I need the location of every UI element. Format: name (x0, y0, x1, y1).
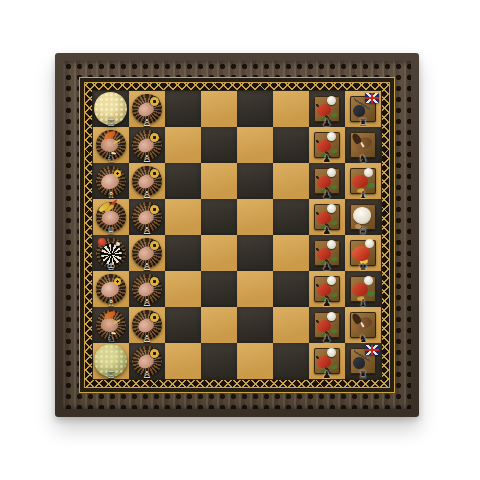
white-pawn-8[interactable]: ♙ (131, 345, 163, 377)
black-rook-queenside[interactable]: ♜ (347, 93, 379, 125)
bishop-glyph-icon: ♝ (347, 298, 379, 308)
gold-filigree-border: ♖♘♗♕♔♗♘♖♙♙♙♙♙♙♙♙♟♟♟♟♟♟♟♟♜♞♝♛♚♝♞♜ (80, 78, 394, 392)
square-f2[interactable] (273, 307, 309, 343)
square-c6[interactable] (165, 163, 201, 199)
square-c1[interactable] (165, 343, 201, 379)
pawn-glyph-icon: ♟ (311, 190, 343, 200)
pawn-glyph-icon: ♙ (131, 190, 163, 200)
king-glyph-icon: ♚ (347, 262, 379, 272)
square-f1[interactable] (273, 343, 309, 379)
black-knight-queenside[interactable]: ♞ (347, 129, 379, 161)
white-pawn-7[interactable]: ♙ (131, 309, 163, 341)
square-f6[interactable] (273, 163, 309, 199)
white-pawn-1[interactable]: ♙ (131, 93, 163, 125)
black-queen[interactable]: ♛ (347, 201, 379, 233)
square-e8[interactable] (237, 91, 273, 127)
square-e1[interactable] (237, 343, 273, 379)
rook-glyph-icon: ♖ (95, 118, 127, 128)
rook-glyph-icon: ♜ (347, 370, 379, 380)
white-pawn-6[interactable]: ♙ (131, 273, 163, 305)
square-d1[interactable] (201, 343, 237, 379)
white-knight-queenside[interactable]: ♘ (95, 129, 127, 161)
pawn-glyph-icon: ♙ (131, 334, 163, 344)
square-f5[interactable] (273, 199, 309, 235)
pawn-glyph-icon: ♟ (311, 118, 343, 128)
pawn-glyph-icon: ♙ (131, 262, 163, 272)
pawn-glyph-icon: ♙ (131, 298, 163, 308)
black-pawn-6[interactable]: ♟ (311, 273, 343, 305)
square-c3[interactable] (165, 271, 201, 307)
square-d2[interactable] (201, 307, 237, 343)
white-rook-kingside[interactable]: ♖ (95, 345, 127, 377)
knight-glyph-icon: ♞ (347, 334, 379, 344)
square-e4[interactable] (237, 235, 273, 271)
square-e5[interactable] (237, 199, 273, 235)
white-bishop-kingside[interactable]: ♗ (95, 273, 127, 305)
king-glyph-icon: ♔ (95, 262, 127, 272)
square-e3[interactable] (237, 271, 273, 307)
pawn-glyph-icon: ♟ (311, 334, 343, 344)
pawn-glyph-icon: ♟ (311, 154, 343, 164)
square-c4[interactable] (165, 235, 201, 271)
square-c8[interactable] (165, 91, 201, 127)
black-king[interactable]: ♚ (347, 237, 379, 269)
square-d8[interactable] (201, 91, 237, 127)
square-d3[interactable] (201, 271, 237, 307)
black-bishop-queenside[interactable]: ♝ (347, 165, 379, 197)
board-frame: ♖♘♗♕♔♗♘♖♙♙♙♙♙♙♙♙♟♟♟♟♟♟♟♟♜♞♝♛♚♝♞♜ (55, 53, 419, 417)
white-pawn-3[interactable]: ♙ (131, 165, 163, 197)
square-f8[interactable] (273, 91, 309, 127)
black-knight-kingside[interactable]: ♞ (347, 309, 379, 341)
white-knight-kingside[interactable]: ♘ (95, 309, 127, 341)
pawn-glyph-icon: ♙ (131, 154, 163, 164)
bishop-glyph-icon: ♗ (95, 298, 127, 308)
square-d6[interactable] (201, 163, 237, 199)
pawn-glyph-icon: ♙ (131, 226, 163, 236)
square-d4[interactable] (201, 235, 237, 271)
black-pawn-7[interactable]: ♟ (311, 309, 343, 341)
product-photo-scene: ♖♘♗♕♔♗♘♖♙♙♙♙♙♙♙♙♟♟♟♟♟♟♟♟♜♞♝♛♚♝♞♜ (0, 0, 480, 480)
square-f3[interactable] (273, 271, 309, 307)
square-e2[interactable] (237, 307, 273, 343)
square-c5[interactable] (165, 199, 201, 235)
white-king[interactable]: ♔ (95, 237, 127, 269)
white-rook-queenside[interactable]: ♖ (95, 93, 127, 125)
white-pawn-5[interactable]: ♙ (131, 237, 163, 269)
black-pawn-4[interactable]: ♟ (311, 201, 343, 233)
black-pawn-1[interactable]: ♟ (311, 93, 343, 125)
square-f7[interactable] (273, 127, 309, 163)
pawn-glyph-icon: ♟ (311, 226, 343, 236)
queen-glyph-icon: ♕ (95, 226, 127, 236)
black-pawn-5[interactable]: ♟ (311, 237, 343, 269)
knight-glyph-icon: ♘ (95, 154, 127, 164)
square-f4[interactable] (273, 235, 309, 271)
white-bishop-queenside[interactable]: ♗ (95, 165, 127, 197)
playing-area: ♖♘♗♕♔♗♘♖♙♙♙♙♙♙♙♙♟♟♟♟♟♟♟♟♜♞♝♛♚♝♞♜ (93, 91, 381, 379)
bishop-glyph-icon: ♝ (347, 190, 379, 200)
white-pawn-4[interactable]: ♙ (131, 201, 163, 233)
black-pawn-2[interactable]: ♟ (311, 129, 343, 161)
white-queen[interactable]: ♕ (95, 201, 127, 233)
square-c2[interactable] (165, 307, 201, 343)
bishop-glyph-icon: ♗ (95, 190, 127, 200)
pawn-glyph-icon: ♟ (311, 298, 343, 308)
square-e6[interactable] (237, 163, 273, 199)
black-bishop-kingside[interactable]: ♝ (347, 273, 379, 305)
carved-rope-border: ♖♘♗♕♔♗♘♖♙♙♙♙♙♙♙♙♟♟♟♟♟♟♟♟♜♞♝♛♚♝♞♜ (63, 61, 411, 409)
square-d7[interactable] (201, 127, 237, 163)
pawn-glyph-icon: ♟ (311, 370, 343, 380)
pawn-glyph-icon: ♙ (131, 370, 163, 380)
queen-glyph-icon: ♛ (347, 226, 379, 236)
square-e7[interactable] (237, 127, 273, 163)
knight-glyph-icon: ♘ (95, 334, 127, 344)
rook-glyph-icon: ♖ (95, 370, 127, 380)
black-rook-kingside[interactable]: ♜ (347, 345, 379, 377)
pawn-glyph-icon: ♟ (311, 262, 343, 272)
black-pawn-8[interactable]: ♟ (311, 345, 343, 377)
knight-glyph-icon: ♞ (347, 154, 379, 164)
white-pawn-2[interactable]: ♙ (131, 129, 163, 161)
pawn-glyph-icon: ♙ (131, 118, 163, 128)
square-d5[interactable] (201, 199, 237, 235)
square-c7[interactable] (165, 127, 201, 163)
black-pawn-3[interactable]: ♟ (311, 165, 343, 197)
rook-glyph-icon: ♜ (347, 118, 379, 128)
